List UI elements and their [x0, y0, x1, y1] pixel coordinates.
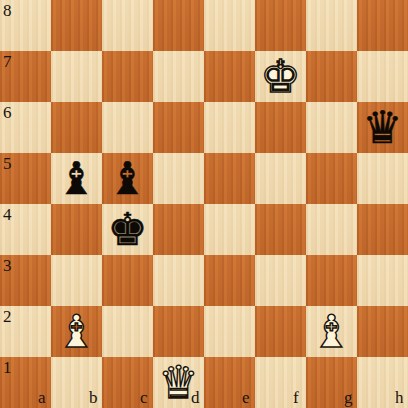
square-c2[interactable]	[102, 306, 153, 357]
rank-label-3: 3	[3, 257, 12, 274]
square-b6[interactable]	[51, 102, 102, 153]
square-c6[interactable]	[102, 102, 153, 153]
white-bishop-g2[interactable]: ♝	[306, 306, 357, 357]
square-d7[interactable]	[153, 51, 204, 102]
rank-label-7: 7	[3, 53, 12, 70]
black-queen-h6[interactable]: ♛	[357, 102, 408, 153]
square-e7[interactable]	[204, 51, 255, 102]
square-g5[interactable]	[306, 153, 357, 204]
square-g6[interactable]	[306, 102, 357, 153]
square-g7[interactable]	[306, 51, 357, 102]
file-label-e: e	[242, 389, 250, 406]
square-d5[interactable]	[153, 153, 204, 204]
square-f2[interactable]	[255, 306, 306, 357]
file-label-b: b	[89, 389, 98, 406]
square-f8[interactable]	[255, 0, 306, 51]
file-label-c: c	[140, 389, 148, 406]
square-e4[interactable]	[204, 204, 255, 255]
square-d6[interactable]	[153, 102, 204, 153]
square-f6[interactable]	[255, 102, 306, 153]
square-h5[interactable]	[357, 153, 408, 204]
square-h3[interactable]	[357, 255, 408, 306]
square-c3[interactable]	[102, 255, 153, 306]
square-b7[interactable]	[51, 51, 102, 102]
square-d2[interactable]	[153, 306, 204, 357]
file-label-h: h	[395, 389, 404, 406]
square-e5[interactable]	[204, 153, 255, 204]
square-d4[interactable]	[153, 204, 204, 255]
black-bishop-b5[interactable]: ♝	[51, 153, 102, 204]
square-d3[interactable]	[153, 255, 204, 306]
rank-label-1: 1	[3, 359, 12, 376]
file-label-g: g	[344, 389, 353, 406]
square-c8[interactable]	[102, 0, 153, 51]
square-b3[interactable]	[51, 255, 102, 306]
square-h8[interactable]	[357, 0, 408, 51]
square-e2[interactable]	[204, 306, 255, 357]
rank-label-6: 6	[3, 104, 12, 121]
square-f4[interactable]	[255, 204, 306, 255]
square-f5[interactable]	[255, 153, 306, 204]
rank-label-8: 8	[3, 2, 12, 19]
square-e8[interactable]	[204, 0, 255, 51]
white-bishop-b2[interactable]: ♝	[51, 306, 102, 357]
chess-board: ♚♛♝♝♚♝♝♛87654321abcdefgh	[0, 0, 408, 408]
rank-label-5: 5	[3, 155, 12, 172]
square-f3[interactable]	[255, 255, 306, 306]
square-d8[interactable]	[153, 0, 204, 51]
square-h7[interactable]	[357, 51, 408, 102]
rank-label-4: 4	[3, 206, 12, 223]
square-b4[interactable]	[51, 204, 102, 255]
square-c7[interactable]	[102, 51, 153, 102]
white-king-f7[interactable]: ♚	[255, 51, 306, 102]
black-king-c4[interactable]: ♚	[102, 204, 153, 255]
black-bishop-c5[interactable]: ♝	[102, 153, 153, 204]
square-b8[interactable]	[51, 0, 102, 51]
square-e3[interactable]	[204, 255, 255, 306]
square-h2[interactable]	[357, 306, 408, 357]
file-label-d: d	[191, 389, 200, 406]
square-e6[interactable]	[204, 102, 255, 153]
square-g4[interactable]	[306, 204, 357, 255]
square-h4[interactable]	[357, 204, 408, 255]
square-g3[interactable]	[306, 255, 357, 306]
file-label-f: f	[293, 389, 299, 406]
chessboard-screenshot: ♚♛♝♝♚♝♝♛87654321abcdefgh	[0, 0, 408, 408]
file-label-a: a	[38, 389, 46, 406]
rank-label-2: 2	[3, 308, 12, 325]
square-g8[interactable]	[306, 0, 357, 51]
